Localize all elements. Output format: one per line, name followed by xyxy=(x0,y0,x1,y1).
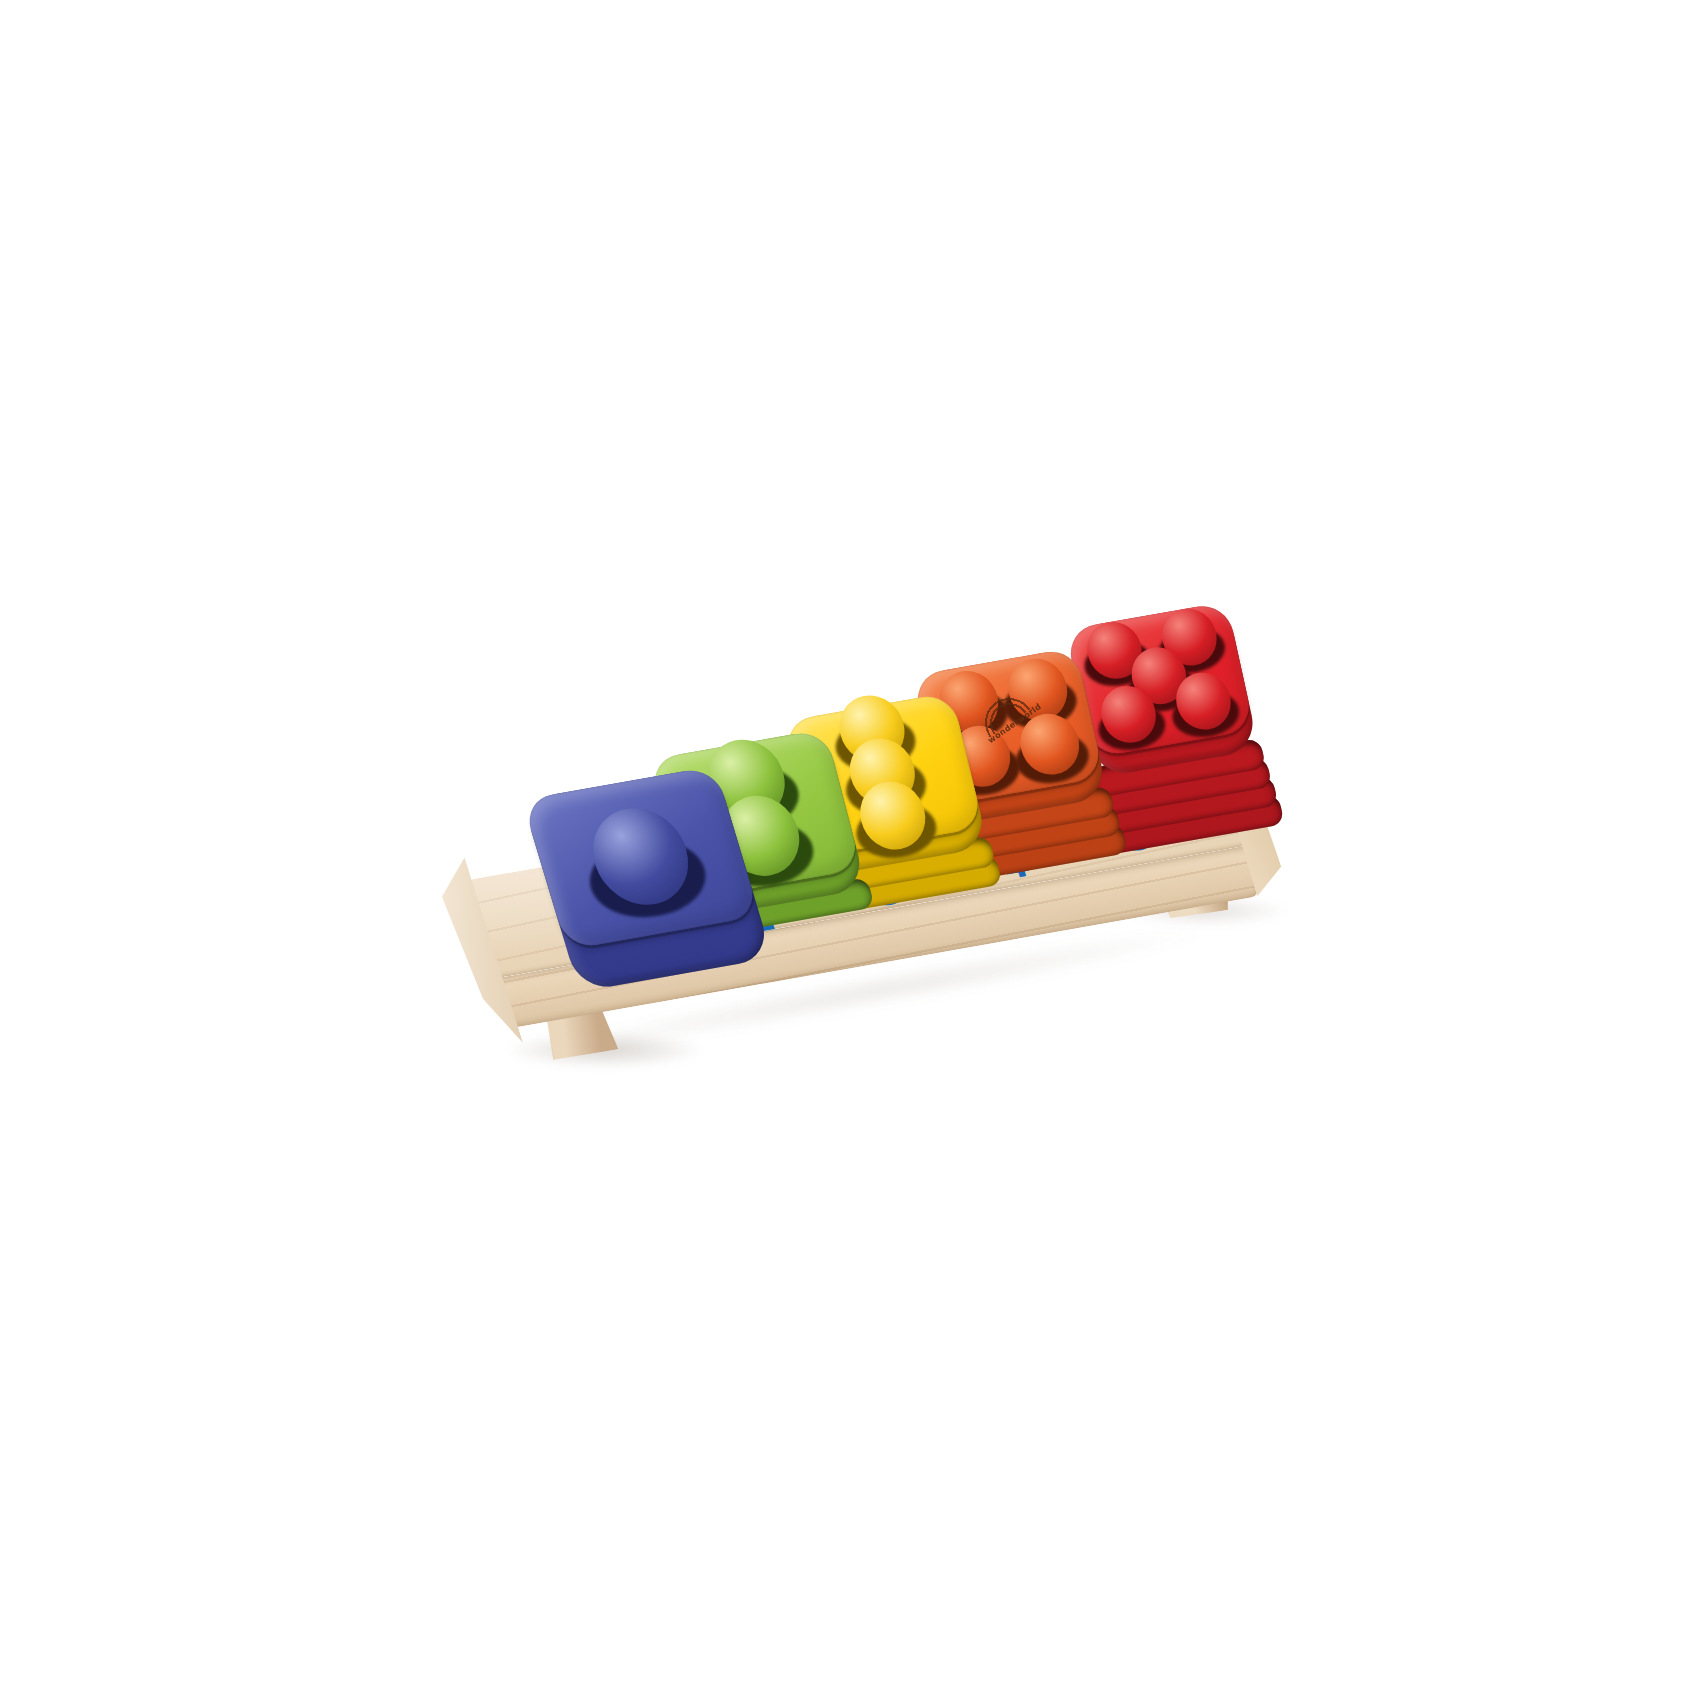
product-photo-counting-stacker: 1 2 3 4 5 wonderworld xyxy=(0,0,1700,1700)
